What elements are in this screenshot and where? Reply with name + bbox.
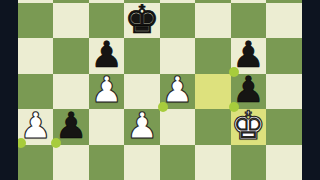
square-b4[interactable]: ♟ <box>53 109 88 144</box>
piece-black-pawn-g6[interactable]: ♟ <box>232 37 264 73</box>
square-d6[interactable] <box>124 38 159 73</box>
square-g6[interactable]: ♟ <box>231 38 266 73</box>
square-c7[interactable] <box>89 3 124 38</box>
square-a7[interactable] <box>18 3 53 38</box>
square-h4[interactable] <box>266 109 301 144</box>
square-f6[interactable] <box>195 38 230 73</box>
chess-board[interactable]: ♚♟♟♟♟♟♟♟♟♚ <box>18 0 302 180</box>
piece-white-pawn-c5[interactable]: ♟ <box>90 72 122 108</box>
app-screen: ♚♟♟♟♟♟♟♟♟♚ <box>0 0 320 180</box>
piece-white-pawn-a4[interactable]: ♟ <box>20 108 52 144</box>
square-d5[interactable] <box>124 74 159 109</box>
square-d3[interactable] <box>124 145 159 180</box>
square-a3[interactable] <box>18 145 53 180</box>
square-f7[interactable] <box>195 3 230 38</box>
square-b5[interactable] <box>53 74 88 109</box>
piece-black-king-d7[interactable]: ♚ <box>125 0 160 39</box>
square-e6[interactable] <box>160 38 195 73</box>
square-h5[interactable] <box>266 74 301 109</box>
square-e5[interactable]: ♟ <box>160 74 195 109</box>
square-b7[interactable] <box>53 3 88 38</box>
square-g7[interactable] <box>231 3 266 38</box>
square-h6[interactable] <box>266 38 301 73</box>
square-f3[interactable] <box>195 145 230 180</box>
square-c5[interactable]: ♟ <box>89 74 124 109</box>
square-b6[interactable] <box>53 38 88 73</box>
piece-white-pawn-e5[interactable]: ♟ <box>161 72 193 108</box>
square-g4[interactable]: ♚ <box>231 109 266 144</box>
square-f5[interactable] <box>195 74 230 109</box>
square-c6[interactable]: ♟ <box>89 38 124 73</box>
piece-white-king-g4[interactable]: ♚ <box>231 106 266 145</box>
square-e4[interactable] <box>160 109 195 144</box>
square-a5[interactable] <box>18 74 53 109</box>
square-e7[interactable] <box>160 3 195 38</box>
piece-white-pawn-d4[interactable]: ♟ <box>126 108 158 144</box>
chess-board-viewport: ♚♟♟♟♟♟♟♟♟♚ <box>18 0 302 180</box>
square-h7[interactable] <box>266 3 301 38</box>
piece-black-pawn-b4[interactable]: ♟ <box>55 108 87 144</box>
square-g3[interactable] <box>231 145 266 180</box>
square-h3[interactable] <box>266 145 301 180</box>
square-d7[interactable]: ♚ <box>124 3 159 38</box>
square-e3[interactable] <box>160 145 195 180</box>
square-b3[interactable] <box>53 145 88 180</box>
square-d4[interactable]: ♟ <box>124 109 159 144</box>
square-f4[interactable] <box>195 109 230 144</box>
square-a4[interactable]: ♟ <box>18 109 53 144</box>
square-a6[interactable] <box>18 38 53 73</box>
square-c3[interactable] <box>89 145 124 180</box>
piece-black-pawn-c6[interactable]: ♟ <box>90 37 122 73</box>
square-c4[interactable] <box>89 109 124 144</box>
